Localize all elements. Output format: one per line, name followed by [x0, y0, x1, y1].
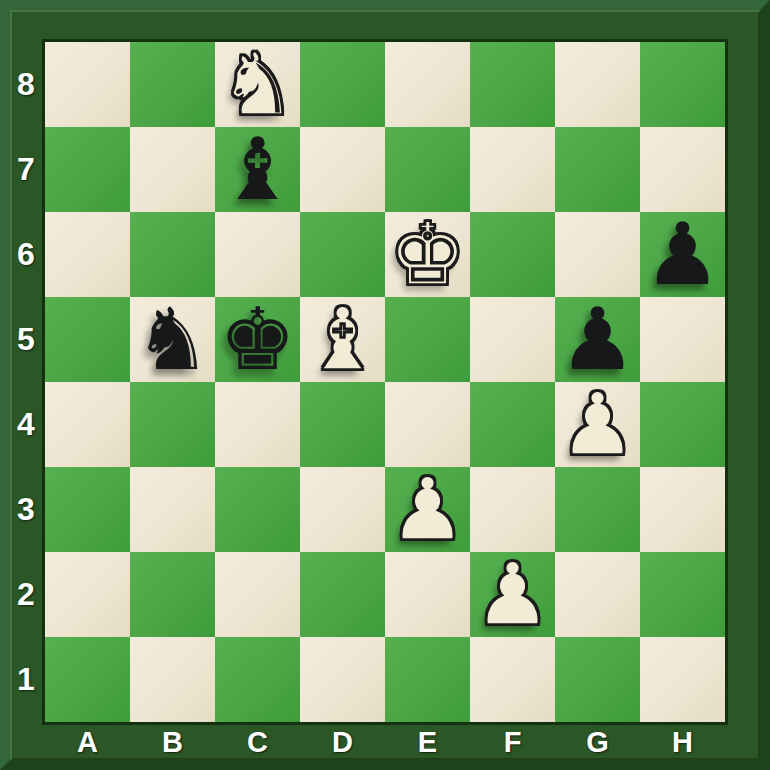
square-b6[interactable]	[130, 212, 215, 297]
board: ♞♝♚♟♞♚♝♟♟♟♟	[42, 39, 728, 725]
file-label-b: B	[130, 725, 215, 760]
square-h7[interactable]	[640, 127, 725, 212]
square-d3[interactable]	[300, 467, 385, 552]
rank-labels: 87654321	[10, 42, 42, 722]
square-h6[interactable]: ♟	[640, 212, 725, 297]
file-label-d: D	[300, 725, 385, 760]
square-f7[interactable]	[470, 127, 555, 212]
file-label-g: G	[555, 725, 640, 760]
square-e3[interactable]: ♟	[385, 467, 470, 552]
square-e7[interactable]	[385, 127, 470, 212]
square-f6[interactable]	[470, 212, 555, 297]
square-c4[interactable]	[215, 382, 300, 467]
piece-white-king[interactable]: ♚	[389, 212, 466, 297]
square-g7[interactable]	[555, 127, 640, 212]
file-labels: ABCDEFGH	[45, 725, 725, 760]
square-b7[interactable]	[130, 127, 215, 212]
square-c8[interactable]: ♞	[215, 42, 300, 127]
piece-white-knight[interactable]: ♞	[219, 42, 296, 127]
square-h8[interactable]	[640, 42, 725, 127]
rank-label-6: 6	[10, 212, 42, 297]
file-label-e: E	[385, 725, 470, 760]
rank-label-5: 5	[10, 297, 42, 382]
rank-label-7: 7	[10, 127, 42, 212]
piece-black-pawn[interactable]: ♟	[644, 212, 721, 297]
square-h4[interactable]	[640, 382, 725, 467]
square-h2[interactable]	[640, 552, 725, 637]
square-a7[interactable]	[45, 127, 130, 212]
square-a8[interactable]	[45, 42, 130, 127]
square-g1[interactable]	[555, 637, 640, 722]
square-c7[interactable]: ♝	[215, 127, 300, 212]
rank-label-1: 1	[10, 637, 42, 722]
square-d4[interactable]	[300, 382, 385, 467]
square-g3[interactable]	[555, 467, 640, 552]
piece-white-pawn[interactable]: ♟	[474, 552, 551, 637]
square-e4[interactable]	[385, 382, 470, 467]
square-g2[interactable]	[555, 552, 640, 637]
piece-black-bishop[interactable]: ♝	[219, 127, 296, 212]
square-f1[interactable]	[470, 637, 555, 722]
square-g4[interactable]: ♟	[555, 382, 640, 467]
square-e1[interactable]	[385, 637, 470, 722]
square-g8[interactable]	[555, 42, 640, 127]
square-d1[interactable]	[300, 637, 385, 722]
square-e2[interactable]	[385, 552, 470, 637]
square-f4[interactable]	[470, 382, 555, 467]
piece-white-bishop[interactable]: ♝	[304, 297, 381, 382]
square-g5[interactable]: ♟	[555, 297, 640, 382]
rank-label-2: 2	[10, 552, 42, 637]
square-b4[interactable]	[130, 382, 215, 467]
square-d2[interactable]	[300, 552, 385, 637]
piece-black-king[interactable]: ♚	[219, 297, 296, 382]
chess-board-window: 87654321 ABCDEFGH ♞♝♚♟♞♚♝♟♟♟♟	[0, 0, 770, 770]
square-c5[interactable]: ♚	[215, 297, 300, 382]
square-f3[interactable]	[470, 467, 555, 552]
rank-label-8: 8	[10, 42, 42, 127]
square-c1[interactable]	[215, 637, 300, 722]
square-e5[interactable]	[385, 297, 470, 382]
square-h5[interactable]	[640, 297, 725, 382]
square-c6[interactable]	[215, 212, 300, 297]
file-label-c: C	[215, 725, 300, 760]
file-label-a: A	[45, 725, 130, 760]
piece-white-pawn[interactable]: ♟	[389, 467, 466, 552]
square-a2[interactable]	[45, 552, 130, 637]
square-f5[interactable]	[470, 297, 555, 382]
square-b8[interactable]	[130, 42, 215, 127]
square-h3[interactable]	[640, 467, 725, 552]
square-e6[interactable]: ♚	[385, 212, 470, 297]
square-a6[interactable]	[45, 212, 130, 297]
square-a3[interactable]	[45, 467, 130, 552]
square-b2[interactable]	[130, 552, 215, 637]
file-label-h: H	[640, 725, 725, 760]
square-h1[interactable]	[640, 637, 725, 722]
square-d6[interactable]	[300, 212, 385, 297]
board-frame: 87654321 ABCDEFGH ♞♝♚♟♞♚♝♟♟♟♟	[10, 10, 760, 760]
square-d7[interactable]	[300, 127, 385, 212]
piece-black-pawn[interactable]: ♟	[559, 297, 636, 382]
square-e8[interactable]	[385, 42, 470, 127]
square-b5[interactable]: ♞	[130, 297, 215, 382]
rank-label-4: 4	[10, 382, 42, 467]
square-a4[interactable]	[45, 382, 130, 467]
square-c2[interactable]	[215, 552, 300, 637]
square-a1[interactable]	[45, 637, 130, 722]
piece-black-knight[interactable]: ♞	[134, 297, 211, 382]
square-g6[interactable]	[555, 212, 640, 297]
square-b1[interactable]	[130, 637, 215, 722]
square-f2[interactable]: ♟	[470, 552, 555, 637]
square-b3[interactable]	[130, 467, 215, 552]
piece-white-pawn[interactable]: ♟	[559, 382, 636, 467]
square-d5[interactable]: ♝	[300, 297, 385, 382]
rank-label-3: 3	[10, 467, 42, 552]
square-c3[interactable]	[215, 467, 300, 552]
square-a5[interactable]	[45, 297, 130, 382]
square-f8[interactable]	[470, 42, 555, 127]
square-d8[interactable]	[300, 42, 385, 127]
file-label-f: F	[470, 725, 555, 760]
